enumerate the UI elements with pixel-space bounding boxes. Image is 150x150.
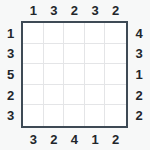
clue-bottom-5: 2 [105, 128, 126, 150]
cell-r4c3[interactable] [64, 85, 85, 106]
cell-r2c3[interactable] [64, 44, 85, 65]
clues-top: 1 3 2 3 2 [23, 0, 126, 21]
cell-r2c4[interactable] [85, 44, 106, 65]
clue-top-2: 3 [44, 0, 65, 21]
cell-r1c5[interactable] [105, 23, 126, 44]
clue-right-5: 2 [128, 105, 150, 126]
cell-r2c5[interactable] [105, 44, 126, 65]
clue-top-5: 2 [105, 0, 126, 21]
clue-top-4: 3 [85, 0, 106, 21]
cell-r5c2[interactable] [44, 105, 65, 126]
cell-r3c3[interactable] [64, 64, 85, 85]
clue-right-4: 2 [128, 85, 150, 106]
skyscrapers-puzzle: 1 3 2 3 2 1 3 5 2 3 4 3 1 2 2 3 2 4 1 2 [0, 0, 150, 150]
cell-r1c3[interactable] [64, 23, 85, 44]
clue-top-1: 1 [23, 0, 44, 21]
clue-right-1: 4 [128, 23, 150, 44]
cell-r1c1[interactable] [23, 23, 44, 44]
clue-bottom-1: 3 [23, 128, 44, 150]
cell-r4c5[interactable] [105, 85, 126, 106]
puzzle-board [21, 21, 128, 128]
cell-r2c2[interactable] [44, 44, 65, 65]
clue-bottom-4: 1 [85, 128, 106, 150]
cell-r3c4[interactable] [85, 64, 106, 85]
clue-bottom-3: 4 [64, 128, 85, 150]
clues-bottom: 3 2 4 1 2 [23, 128, 126, 150]
cell-r2c1[interactable] [23, 44, 44, 65]
clue-left-3: 5 [0, 64, 21, 85]
clue-right-2: 3 [128, 44, 150, 65]
clue-right-3: 1 [128, 64, 150, 85]
clue-left-5: 3 [0, 105, 21, 126]
cell-r4c1[interactable] [23, 85, 44, 106]
clue-bottom-2: 2 [44, 128, 65, 150]
cell-r1c2[interactable] [44, 23, 65, 44]
clues-right: 4 3 1 2 2 [128, 23, 150, 126]
clues-left: 1 3 5 2 3 [0, 23, 21, 126]
cell-r3c5[interactable] [105, 64, 126, 85]
clue-left-1: 1 [0, 23, 21, 44]
clue-top-3: 2 [64, 0, 85, 21]
cell-r3c1[interactable] [23, 64, 44, 85]
cell-r5c5[interactable] [105, 105, 126, 126]
clue-left-2: 3 [0, 44, 21, 65]
cell-r3c2[interactable] [44, 64, 65, 85]
clue-left-4: 2 [0, 85, 21, 106]
cell-r1c4[interactable] [85, 23, 106, 44]
cell-r5c3[interactable] [64, 105, 85, 126]
cell-r4c2[interactable] [44, 85, 65, 106]
cell-r5c4[interactable] [85, 105, 106, 126]
cell-r4c4[interactable] [85, 85, 106, 106]
cell-r5c1[interactable] [23, 105, 44, 126]
